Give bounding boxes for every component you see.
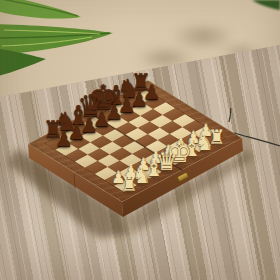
leaf-top	[0, 0, 81, 19]
corner-leaf-tip	[248, 0, 280, 12]
photo-scene: ♜♞♝♛♚♝♞♜♟♟♟♟♟♟♟♟♟♟♟♟♟♟♟♟♜♞♝♛♚♝♞♜	[0, 0, 280, 280]
latch-pin	[229, 108, 231, 122]
leaf-middle	[0, 24, 113, 55]
plant-leaves	[0, 0, 125, 95]
